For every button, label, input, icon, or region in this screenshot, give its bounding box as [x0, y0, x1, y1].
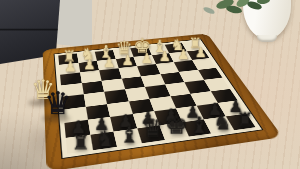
piece-cell: ♛ [137, 125, 165, 143]
board-field: ♜♞♝♛♚♝♞♜♟♟♟♟♟♟♟♟♟♟♟♟♟♟♟♟♜♞♝♛♚♝♞♜ [54, 39, 264, 159]
black-rook[interactable]: ♜ [71, 132, 90, 152]
chessboard[interactable]: ♜♞♝♛♚♝♞♜♟♟♟♟♟♟♟♟♟♟♟♟♟♟♟♟♜♞♝♛♚♝♞♜ [43, 33, 283, 169]
white-pawn[interactable]: ♟ [83, 58, 96, 71]
black-knight[interactable]: ♞ [95, 128, 115, 149]
white-pawn[interactable]: ♟ [195, 46, 207, 59]
piece-cell: ♟ [78, 61, 99, 73]
vase-foot [257, 35, 277, 42]
white-pawn[interactable]: ♟ [64, 60, 77, 74]
board-pieces: ♜♞♝♛♚♝♞♜♟♟♟♟♟♟♟♟♟♟♟♟♟♟♟♟♜♞♝♛♚♝♞♜ [58, 41, 255, 154]
white-pawn[interactable]: ♟ [140, 52, 152, 65]
white-pawn[interactable]: ♟ [159, 50, 171, 63]
black-bishop[interactable]: ♝ [119, 123, 139, 145]
chessboard-wrap: ♜♞♝♛♚♝♞♜♟♟♟♟♟♟♟♟♟♟♟♟♟♟♟♟♜♞♝♛♚♝♞♜ [46, 0, 244, 169]
piece-cell: ♞ [90, 131, 117, 150]
black-queen[interactable]: ♛ [142, 118, 164, 142]
white-pawn[interactable]: ♟ [121, 54, 134, 67]
piece-cell: ♟ [151, 53, 173, 64]
white-pawn[interactable]: ♟ [102, 56, 115, 69]
piece-cell: ♜ [66, 134, 93, 153]
extra-black-queen[interactable]: ♛ [44, 88, 72, 119]
white-pawn[interactable]: ♟ [177, 48, 189, 61]
piece-cell: ♟ [134, 55, 156, 66]
piece-cell: ♟ [187, 49, 210, 60]
black-rook[interactable]: ♜ [236, 110, 253, 128]
piece-cell: ♟ [59, 63, 80, 75]
black-bishop[interactable]: ♝ [190, 114, 210, 135]
black-knight[interactable]: ♞ [213, 112, 232, 132]
photo-scene: ♜♞♝♛♚♝♞♜♟♟♟♟♟♟♟♟♟♟♟♟♟♟♟♟♜♞♝♛♚♝♞♜ ♛ ♛ [0, 0, 300, 169]
piece-cell: ♝ [114, 128, 142, 147]
piece-cell: ♟ [97, 59, 118, 71]
piece-cell: ♟ [115, 57, 137, 68]
piece-cell: ♟ [169, 51, 192, 62]
black-king[interactable]: ♚ [165, 114, 188, 139]
